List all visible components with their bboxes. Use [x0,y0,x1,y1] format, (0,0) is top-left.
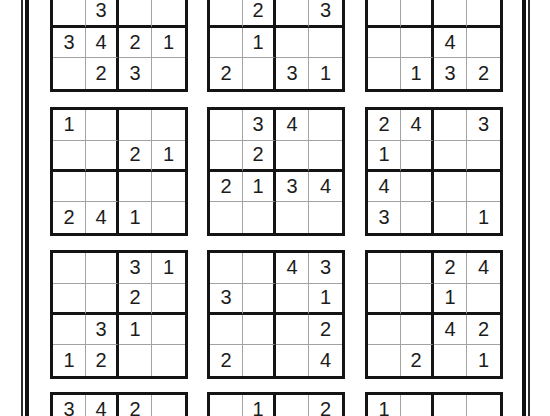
cell-r4c2: 2 [86,345,119,376]
cell-r4c4 [152,345,185,376]
given-digit: 2 [320,398,331,416]
given-digit: 4 [95,398,106,416]
cell-r2c4 [467,284,500,315]
sudoku-board-r2c1: 121241 [50,107,188,236]
cell-r4c1 [368,345,401,376]
cell-r3c1 [53,315,86,346]
cell-r2c1: 3 [210,284,243,315]
given-digit: 1 [478,349,489,372]
given-digit: 4 [320,175,331,198]
cell-r3c3 [434,172,467,203]
cell-r2c3 [434,141,467,172]
cell-r3c4 [467,172,500,203]
cell-r2c4 [152,0,185,28]
cell-r4c1: 2 [53,202,86,233]
given-digit: 4 [320,349,331,372]
cell-r3c1: 2 [210,172,243,203]
given-digit: 4 [286,256,297,279]
cell-r3c4 [467,28,500,59]
page-frame-left-outer-line [21,0,23,416]
cell-r2c2 [86,284,119,315]
given-digit: 2 [95,349,106,372]
given-digit: 1 [129,318,140,341]
given-digit: 1 [63,113,74,136]
given-digit: 3 [129,256,140,279]
given-digit: 1 [252,175,263,198]
cell-r2c1 [53,284,86,315]
cell-r4c3 [276,345,309,376]
cell-r1c2 [86,253,119,284]
given-digit: 1 [320,286,331,309]
given-digit: 1 [320,62,331,85]
cell-r1c2: 4 [401,110,434,141]
cell-r3c1 [53,172,86,203]
cell-r4c3: 1 [119,202,152,233]
cell-r3c4: 2 [467,315,500,346]
cell-r1c4: 4 [467,253,500,284]
cell-r3c3: 2 [119,28,152,59]
given-digit: 1 [129,206,140,229]
given-digit: 4 [95,31,106,54]
cell-r4c3 [119,345,152,376]
cell-r3c1: 3 [53,28,86,59]
given-digit: 2 [95,62,106,85]
cell-r3c4 [152,315,185,346]
sudoku-board-r4c1: 342 [50,392,188,416]
given-digit: 4 [410,113,421,136]
cell-r2c1 [53,0,86,28]
given-digit: 2 [410,349,421,372]
given-digit: 2 [129,143,140,166]
cell-r4c2 [243,345,276,376]
cell-r1c4: 2 [309,395,342,416]
given-digit: 3 [63,31,74,54]
cell-r2c1 [210,141,243,172]
given-digit: 1 [478,206,489,229]
cell-r1c4 [467,395,500,416]
cell-r4c4 [152,202,185,233]
cell-r3c2: 1 [243,28,276,59]
given-digit: 1 [378,143,389,166]
cell-r3c2: 1 [243,172,276,203]
cell-r3c1 [368,315,401,346]
cell-r2c2 [243,284,276,315]
cell-r3c3: 1 [119,315,152,346]
cell-r4c1 [210,202,243,233]
cell-r2c1: 1 [368,141,401,172]
cell-r4c2 [243,202,276,233]
cell-r4c2 [401,202,434,233]
cell-r1c3 [434,110,467,141]
cell-r4c2: 2 [86,58,119,89]
cell-r3c3: 3 [276,172,309,203]
cell-r1c3: 4 [276,253,309,284]
cell-r3c4: 4 [309,172,342,203]
cell-r3c3 [276,28,309,59]
cell-r3c4 [309,28,342,59]
sudoku-board-r1c3: 4132 [365,0,503,92]
sudoku-board-r3c2: 4331224 [207,250,345,379]
given-digit: 3 [286,175,297,198]
cell-r4c3: 3 [119,58,152,89]
given-digit: 4 [444,31,455,54]
cell-r4c1 [368,58,401,89]
cell-r3c1 [210,28,243,59]
given-digit: 2 [129,286,140,309]
cell-r1c1 [210,253,243,284]
cell-r2c1 [53,141,86,172]
cell-r2c4: 3 [309,0,342,28]
cell-r2c2 [401,0,434,28]
cell-r4c4 [309,202,342,233]
given-digit: 4 [478,256,489,279]
given-digit: 2 [129,398,140,416]
given-digit: 1 [163,31,174,54]
cell-r3c3: 4 [434,315,467,346]
cell-r2c3: 1 [434,284,467,315]
cell-r1c3: 2 [434,253,467,284]
cell-r3c2 [243,315,276,346]
cell-r3c2: 4 [86,28,119,59]
cell-r1c4: 3 [467,110,500,141]
cell-r2c4 [467,0,500,28]
cell-r1c3 [119,110,152,141]
cell-r2c3 [276,141,309,172]
sudoku-board-r3c1: 3123112 [50,250,188,379]
given-digit: 1 [378,398,389,416]
cell-r2c2: 2 [243,141,276,172]
cell-r1c2 [86,110,119,141]
given-digit: 3 [95,318,106,341]
cell-r1c4 [309,110,342,141]
given-digit: 3 [378,206,389,229]
cell-r1c1: 1 [53,110,86,141]
cell-r1c3: 4 [276,110,309,141]
given-digit: 2 [378,113,389,136]
cell-r1c1 [210,110,243,141]
given-digit: 4 [286,113,297,136]
cell-r1c4 [152,395,185,416]
cell-r1c3: 2 [119,395,152,416]
cell-r1c4 [152,110,185,141]
cell-r2c3 [276,284,309,315]
cell-r1c3 [276,395,309,416]
cell-r3c3 [119,172,152,203]
cell-r2c1 [368,284,401,315]
cell-r1c4: 3 [309,253,342,284]
cell-r3c4: 2 [309,315,342,346]
cell-r2c3 [276,0,309,28]
sudoku-board-r3c3: 2414221 [365,250,503,379]
cell-r1c1 [368,253,401,284]
cell-r2c4 [152,284,185,315]
cell-r3c2 [401,172,434,203]
cell-r2c4 [467,141,500,172]
cell-r4c1: 2 [210,58,243,89]
given-digit: 1 [444,286,455,309]
cell-r3c3 [276,315,309,346]
given-digit: 2 [478,62,489,85]
page-frame-right-inner-line [522,0,526,416]
cell-r4c4: 1 [467,345,500,376]
cell-r1c2: 3 [243,110,276,141]
sudoku-board-r4c2: 12 [207,392,345,416]
cell-r3c4 [152,172,185,203]
given-digit: 3 [478,113,489,136]
sudoku-board-r1c2: 231231 [207,0,345,92]
given-digit: 2 [478,318,489,341]
given-digit: 2 [220,175,231,198]
cell-r3c2 [86,172,119,203]
cell-r3c2 [401,28,434,59]
given-digit: 4 [378,175,389,198]
given-digit: 3 [220,286,231,309]
given-digit: 3 [320,256,331,279]
given-digit: 1 [63,349,74,372]
cell-r1c3 [434,395,467,416]
given-digit: 3 [95,0,106,22]
cell-r2c4 [309,141,342,172]
given-digit: 4 [444,318,455,341]
cell-r1c2 [401,253,434,284]
cell-r2c2: 2 [243,0,276,28]
cell-r4c4: 4 [309,345,342,376]
cell-r2c2 [401,141,434,172]
cell-r2c4: 1 [152,141,185,172]
cell-r4c3 [434,202,467,233]
cell-r4c4: 1 [309,58,342,89]
page-frame-right-outer-line [528,0,530,416]
cell-r3c4: 1 [152,28,185,59]
cell-r4c1: 2 [210,345,243,376]
given-digit: 2 [220,349,231,372]
cell-r4c2: 1 [401,58,434,89]
cell-r4c4: 1 [467,202,500,233]
given-digit: 1 [410,62,421,85]
sudoku-board-r4c3: 1 [365,392,503,416]
given-digit: 3 [252,113,263,136]
cell-r4c3: 3 [434,58,467,89]
cell-r4c4 [152,58,185,89]
cell-r2c2 [86,141,119,172]
given-digit: 3 [444,62,455,85]
given-digit: 2 [220,62,231,85]
given-digit: 2 [63,206,74,229]
cell-r2c3 [119,0,152,28]
cell-r1c2: 1 [243,395,276,416]
cell-r1c3: 3 [119,253,152,284]
cell-r1c1: 1 [368,395,401,416]
cell-r1c2: 4 [86,395,119,416]
cell-r3c1 [368,28,401,59]
page-frame-left-inner-line [25,0,29,416]
cell-r3c3: 4 [434,28,467,59]
cell-r4c2: 4 [86,202,119,233]
cell-r4c2: 2 [401,345,434,376]
cell-r4c1: 3 [368,202,401,233]
given-digit: 3 [320,0,331,22]
given-digit: 3 [63,398,74,416]
given-digit: 1 [163,143,174,166]
cell-r1c1 [53,253,86,284]
cell-r1c1: 3 [53,395,86,416]
cell-r2c2 [401,284,434,315]
given-digit: 2 [252,143,263,166]
given-digit: 2 [444,256,455,279]
cell-r2c3: 2 [119,284,152,315]
cell-r2c3 [434,0,467,28]
given-digit: 1 [252,398,263,416]
given-digit: 4 [95,206,106,229]
cell-r4c4: 2 [467,58,500,89]
worksheet-page: 3342123 231231 4132 121241 3422134 24314… [0,0,550,416]
cell-r4c3 [276,202,309,233]
given-digit: 2 [320,318,331,341]
sudoku-board-r2c2: 3422134 [207,107,345,236]
given-digit: 2 [252,0,263,22]
cell-r4c3: 3 [276,58,309,89]
cell-r4c3 [434,345,467,376]
cell-r1c1: 2 [368,110,401,141]
sudoku-board-r1c1: 3342123 [50,0,188,92]
cell-r3c2: 3 [86,315,119,346]
cell-r1c2 [401,395,434,416]
given-digit: 1 [252,31,263,54]
sudoku-board-r2c3: 2431431 [365,107,503,236]
cell-r2c2: 3 [86,0,119,28]
cell-r1c4: 1 [152,253,185,284]
cell-r1c1 [210,395,243,416]
cell-r4c2 [243,58,276,89]
cell-r3c1: 4 [368,172,401,203]
cell-r2c4: 1 [309,284,342,315]
cell-r4c1: 1 [53,345,86,376]
cell-r4c1 [53,58,86,89]
cell-r2c1 [368,0,401,28]
cell-r2c1 [210,0,243,28]
cell-r3c2 [401,315,434,346]
given-digit: 3 [129,62,140,85]
cell-r1c2 [243,253,276,284]
given-digit: 2 [129,31,140,54]
cell-r2c3: 2 [119,141,152,172]
cell-r3c1 [210,315,243,346]
given-digit: 3 [286,62,297,85]
given-digit: 1 [163,256,174,279]
